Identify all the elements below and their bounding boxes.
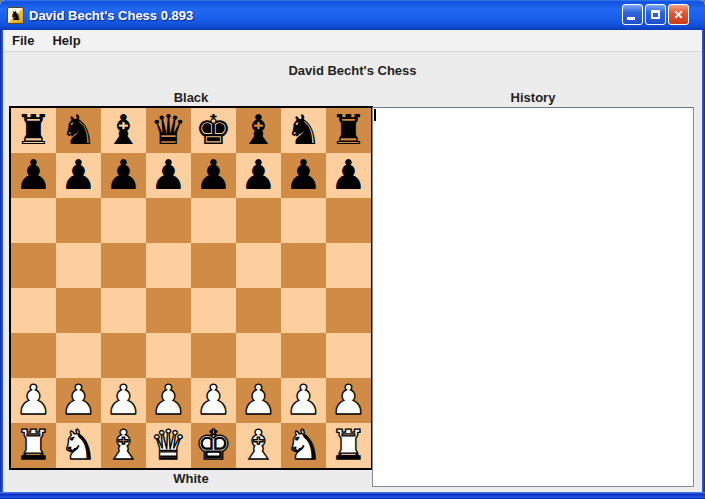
square-h5[interactable] bbox=[326, 243, 371, 288]
square-b3[interactable] bbox=[56, 333, 101, 378]
black-king[interactable]: ♚ bbox=[195, 108, 232, 153]
square-h4[interactable] bbox=[326, 288, 371, 333]
square-g4[interactable] bbox=[281, 288, 326, 333]
square-d6[interactable] bbox=[146, 198, 191, 243]
square-d3[interactable] bbox=[146, 333, 191, 378]
square-a3[interactable] bbox=[11, 333, 56, 378]
square-b1[interactable]: ♞ bbox=[56, 423, 101, 468]
square-e2[interactable]: ♟ bbox=[191, 378, 236, 423]
minimize-button[interactable] bbox=[622, 4, 643, 25]
menu-help[interactable]: Help bbox=[50, 31, 82, 50]
square-d1[interactable]: ♛ bbox=[146, 423, 191, 468]
black-pawn[interactable]: ♟ bbox=[195, 153, 232, 198]
white-knight[interactable]: ♞ bbox=[60, 423, 97, 468]
square-f4[interactable] bbox=[236, 288, 281, 333]
black-pawn[interactable]: ♟ bbox=[285, 153, 322, 198]
white-side-label: White bbox=[9, 471, 373, 486]
square-c1[interactable]: ♝ bbox=[101, 423, 146, 468]
square-c3[interactable] bbox=[101, 333, 146, 378]
white-pawn[interactable]: ♟ bbox=[60, 378, 97, 423]
square-c4[interactable] bbox=[101, 288, 146, 333]
white-king[interactable]: ♚ bbox=[195, 423, 232, 468]
app-heading: David Becht's Chess bbox=[0, 63, 705, 78]
square-h1[interactable]: ♜ bbox=[326, 423, 371, 468]
square-f2[interactable]: ♟ bbox=[236, 378, 281, 423]
square-h2[interactable]: ♟ bbox=[326, 378, 371, 423]
menu-file[interactable]: File bbox=[10, 31, 36, 50]
square-d8[interactable]: ♛ bbox=[146, 108, 191, 153]
square-b6[interactable] bbox=[56, 198, 101, 243]
square-e4[interactable] bbox=[191, 288, 236, 333]
white-pawn[interactable]: ♟ bbox=[285, 378, 322, 423]
window-border-left bbox=[0, 30, 3, 499]
square-c6[interactable] bbox=[101, 198, 146, 243]
square-a8[interactable]: ♜ bbox=[11, 108, 56, 153]
square-a5[interactable] bbox=[11, 243, 56, 288]
square-b8[interactable]: ♞ bbox=[56, 108, 101, 153]
square-g3[interactable] bbox=[281, 333, 326, 378]
square-f7[interactable]: ♟ bbox=[236, 153, 281, 198]
square-g5[interactable] bbox=[281, 243, 326, 288]
white-pawn[interactable]: ♟ bbox=[105, 378, 142, 423]
square-e6[interactable] bbox=[191, 198, 236, 243]
square-e8[interactable]: ♚ bbox=[191, 108, 236, 153]
square-c8[interactable]: ♝ bbox=[101, 108, 146, 153]
text-caret bbox=[374, 109, 376, 121]
title-bar[interactable]: ♞ David Becht's Chess 0.893 ✕ bbox=[0, 0, 705, 30]
square-d7[interactable]: ♟ bbox=[146, 153, 191, 198]
square-h7[interactable]: ♟ bbox=[326, 153, 371, 198]
square-e7[interactable]: ♟ bbox=[191, 153, 236, 198]
white-pawn[interactable]: ♟ bbox=[15, 378, 52, 423]
white-pawn[interactable]: ♟ bbox=[330, 378, 367, 423]
black-side-label: Black bbox=[9, 90, 373, 105]
square-b7[interactable]: ♟ bbox=[56, 153, 101, 198]
square-e3[interactable] bbox=[191, 333, 236, 378]
square-g1[interactable]: ♞ bbox=[281, 423, 326, 468]
white-knight[interactable]: ♞ bbox=[285, 423, 322, 468]
history-panel[interactable] bbox=[372, 107, 694, 487]
square-g2[interactable]: ♟ bbox=[281, 378, 326, 423]
square-h6[interactable] bbox=[326, 198, 371, 243]
close-button[interactable]: ✕ bbox=[668, 4, 689, 25]
square-g6[interactable] bbox=[281, 198, 326, 243]
white-pawn[interactable]: ♟ bbox=[150, 378, 187, 423]
square-h8[interactable]: ♜ bbox=[326, 108, 371, 153]
square-f6[interactable] bbox=[236, 198, 281, 243]
square-c7[interactable]: ♟ bbox=[101, 153, 146, 198]
square-e1[interactable]: ♚ bbox=[191, 423, 236, 468]
black-queen[interactable]: ♛ bbox=[150, 108, 187, 153]
chess-board: ♜♞♝♛♚♝♞♜♟♟♟♟♟♟♟♟♟♟♟♟♟♟♟♟♜♞♝♛♚♝♞♜ bbox=[9, 106, 373, 470]
square-b5[interactable] bbox=[56, 243, 101, 288]
square-a1[interactable]: ♜ bbox=[11, 423, 56, 468]
square-h3[interactable] bbox=[326, 333, 371, 378]
black-rook[interactable]: ♜ bbox=[15, 108, 52, 153]
minimize-icon bbox=[627, 17, 635, 20]
white-queen[interactable]: ♛ bbox=[150, 423, 187, 468]
black-pawn[interactable]: ♟ bbox=[330, 153, 367, 198]
square-a7[interactable]: ♟ bbox=[11, 153, 56, 198]
black-knight[interactable]: ♞ bbox=[285, 108, 322, 153]
square-b2[interactable]: ♟ bbox=[56, 378, 101, 423]
square-g8[interactable]: ♞ bbox=[281, 108, 326, 153]
black-pawn[interactable]: ♟ bbox=[60, 153, 97, 198]
square-f1[interactable]: ♝ bbox=[236, 423, 281, 468]
square-d5[interactable] bbox=[146, 243, 191, 288]
black-pawn[interactable]: ♟ bbox=[105, 153, 142, 198]
white-rook[interactable]: ♜ bbox=[15, 423, 52, 468]
black-rook[interactable]: ♜ bbox=[330, 108, 367, 153]
square-d2[interactable]: ♟ bbox=[146, 378, 191, 423]
menu-bar: File Help bbox=[0, 30, 705, 52]
square-f3[interactable] bbox=[236, 333, 281, 378]
history-label: History bbox=[372, 90, 694, 105]
black-bishop[interactable]: ♝ bbox=[240, 108, 277, 153]
white-pawn[interactable]: ♟ bbox=[195, 378, 232, 423]
square-b4[interactable] bbox=[56, 288, 101, 333]
black-pawn[interactable]: ♟ bbox=[150, 153, 187, 198]
black-pawn[interactable]: ♟ bbox=[15, 153, 52, 198]
white-pawn[interactable]: ♟ bbox=[240, 378, 277, 423]
square-c2[interactable]: ♟ bbox=[101, 378, 146, 423]
black-pawn[interactable]: ♟ bbox=[240, 153, 277, 198]
window-controls: ✕ bbox=[0, 4, 705, 25]
square-a6[interactable] bbox=[11, 198, 56, 243]
square-c5[interactable] bbox=[101, 243, 146, 288]
app-window: ♞ David Becht's Chess 0.893 ✕ File Help … bbox=[0, 0, 705, 499]
square-f8[interactable]: ♝ bbox=[236, 108, 281, 153]
white-bishop[interactable]: ♝ bbox=[240, 423, 277, 468]
square-e5[interactable] bbox=[191, 243, 236, 288]
black-knight[interactable]: ♞ bbox=[60, 108, 97, 153]
window-border-bottom bbox=[0, 492, 705, 499]
white-rook[interactable]: ♜ bbox=[330, 423, 367, 468]
square-f5[interactable] bbox=[236, 243, 281, 288]
close-icon: ✕ bbox=[673, 9, 683, 21]
square-g7[interactable]: ♟ bbox=[281, 153, 326, 198]
maximize-button[interactable] bbox=[645, 4, 666, 25]
black-bishop[interactable]: ♝ bbox=[105, 108, 142, 153]
square-a2[interactable]: ♟ bbox=[11, 378, 56, 423]
maximize-icon bbox=[651, 10, 660, 19]
square-d4[interactable] bbox=[146, 288, 191, 333]
white-bishop[interactable]: ♝ bbox=[105, 423, 142, 468]
square-a4[interactable] bbox=[11, 288, 56, 333]
